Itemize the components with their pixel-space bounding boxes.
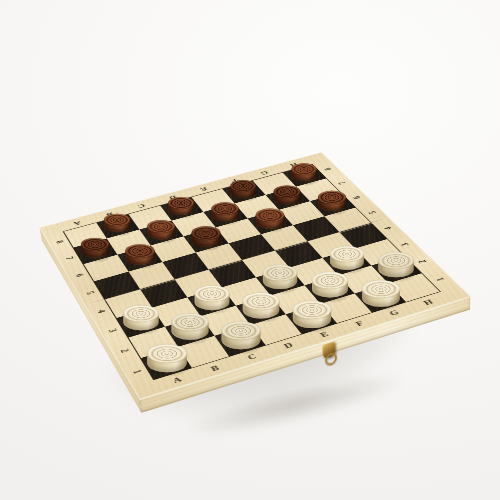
rank-label-left-8: 8 bbox=[54, 240, 65, 245]
file-label-far-g: G bbox=[259, 170, 269, 176]
rank-label-left-3: 3 bbox=[106, 328, 118, 334]
rank-label-left-7: 7 bbox=[63, 256, 74, 261]
file-label-near-h: H bbox=[422, 298, 435, 306]
checker-top-rings bbox=[191, 226, 220, 240]
checker-top-rings bbox=[147, 220, 174, 233]
checker-top-rings bbox=[330, 246, 364, 262]
file-label-near-e: E bbox=[319, 331, 330, 339]
file-label-far-c: C bbox=[137, 203, 146, 209]
file-label-near-g: G bbox=[388, 309, 400, 317]
rank-label-right-3: 3 bbox=[399, 242, 410, 247]
rank-label-right-7: 7 bbox=[337, 181, 347, 185]
file-label-near-d: D bbox=[282, 342, 294, 350]
rank-label-right-2: 2 bbox=[416, 259, 427, 264]
rank-label-right-8: 8 bbox=[323, 167, 333, 171]
brass-clasp-icon bbox=[322, 340, 336, 359]
checker-top-rings bbox=[362, 280, 400, 298]
rank-label-left-1: 1 bbox=[130, 369, 142, 375]
rank-label-right-4: 4 bbox=[383, 226, 394, 231]
file-label-near-b: B bbox=[209, 364, 220, 372]
checker-top-rings bbox=[256, 208, 285, 221]
file-label-near-f: F bbox=[354, 320, 365, 327]
checker-top-rings bbox=[274, 185, 301, 198]
checker-top-rings bbox=[293, 301, 331, 319]
rank-label-right-6: 6 bbox=[351, 195, 362, 199]
rank-label-right-1: 1 bbox=[434, 277, 446, 282]
product-photo-checkers-set: AABBCCDDEEFFGGHH1122334455667788 bbox=[0, 0, 500, 500]
checker-top-rings bbox=[194, 285, 229, 301]
rank-label-right-5: 5 bbox=[367, 210, 378, 215]
file-label-near-a: A bbox=[171, 376, 183, 384]
rank-label-left-6: 6 bbox=[73, 273, 84, 278]
file-label-far-e: E bbox=[199, 186, 208, 191]
checker-top-rings bbox=[168, 197, 194, 209]
file-label-near-c: C bbox=[246, 353, 258, 361]
checker-top-rings bbox=[147, 344, 187, 363]
scene: AABBCCDDEEFFGGHH1122334455667788 bbox=[0, 0, 500, 500]
rank-label-left-5: 5 bbox=[84, 290, 95, 295]
file-label-far-a: A bbox=[73, 220, 82, 226]
checker-top-rings bbox=[231, 180, 256, 192]
rank-label-left-4: 4 bbox=[95, 309, 106, 314]
checker-top-rings bbox=[243, 293, 280, 310]
rank-label-left-2: 2 bbox=[118, 348, 130, 354]
